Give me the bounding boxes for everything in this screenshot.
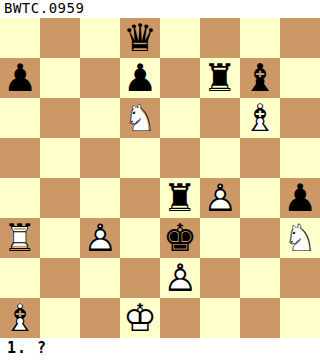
piece-black-rook[interactable]: ♜ xyxy=(163,178,197,218)
square-e1[interactable] xyxy=(160,298,200,338)
square-f7[interactable]: ♜ xyxy=(200,58,240,98)
square-f6[interactable] xyxy=(200,98,240,138)
square-g3[interactable] xyxy=(240,218,280,258)
white-pawn-outline: ♙ xyxy=(163,256,197,300)
square-d4[interactable] xyxy=(120,178,160,218)
white-knight-outline: ♘ xyxy=(123,96,157,140)
piece-black-king[interactable]: ♚ xyxy=(163,218,197,258)
square-a4[interactable] xyxy=(0,178,40,218)
window-title: BWTC.0959 xyxy=(0,0,320,18)
square-h3[interactable]: ♞♘ xyxy=(280,218,320,258)
white-knight-outline: ♘ xyxy=(283,216,317,260)
square-f3[interactable] xyxy=(200,218,240,258)
piece-black-pawn[interactable]: ♟ xyxy=(123,58,157,98)
piece-white-rook[interactable]: ♜♖ xyxy=(3,218,37,258)
piece-black-pawn[interactable]: ♟ xyxy=(3,58,37,98)
chess-board: ♛♟♟♜♝♞♘♝♗♜♟♙♟♜♖♟♙♚♞♘♟♙♝♗♚♔ xyxy=(0,18,320,338)
square-a6[interactable] xyxy=(0,98,40,138)
square-a5[interactable] xyxy=(0,138,40,178)
square-f4[interactable]: ♟♙ xyxy=(200,178,240,218)
square-g7[interactable]: ♝ xyxy=(240,58,280,98)
square-e6[interactable] xyxy=(160,98,200,138)
square-e7[interactable] xyxy=(160,58,200,98)
square-c3[interactable]: ♟♙ xyxy=(80,218,120,258)
square-e3[interactable]: ♚ xyxy=(160,218,200,258)
square-d6[interactable]: ♞♘ xyxy=(120,98,160,138)
square-b5[interactable] xyxy=(40,138,80,178)
square-b6[interactable] xyxy=(40,98,80,138)
white-pawn-outline: ♙ xyxy=(203,176,237,220)
square-b1[interactable] xyxy=(40,298,80,338)
square-b3[interactable] xyxy=(40,218,80,258)
square-f5[interactable] xyxy=(200,138,240,178)
square-c6[interactable] xyxy=(80,98,120,138)
square-d7[interactable]: ♟ xyxy=(120,58,160,98)
piece-black-bishop[interactable]: ♝ xyxy=(243,58,277,98)
piece-white-king[interactable]: ♚♔ xyxy=(123,298,157,338)
square-a8[interactable] xyxy=(0,18,40,58)
square-a7[interactable]: ♟ xyxy=(0,58,40,98)
square-d5[interactable] xyxy=(120,138,160,178)
square-d8[interactable]: ♛ xyxy=(120,18,160,58)
square-a3[interactable]: ♜♖ xyxy=(0,218,40,258)
square-d3[interactable] xyxy=(120,218,160,258)
square-b8[interactable] xyxy=(40,18,80,58)
square-h2[interactable] xyxy=(280,258,320,298)
square-g2[interactable] xyxy=(240,258,280,298)
square-f2[interactable] xyxy=(200,258,240,298)
square-h5[interactable] xyxy=(280,138,320,178)
puzzle-window: BWTC.0959 ♛♟♟♜♝♞♘♝♗♜♟♙♟♜♖♟♙♚♞♘♟♙♝♗♚♔ 1. … xyxy=(0,0,320,360)
square-g5[interactable] xyxy=(240,138,280,178)
square-c8[interactable] xyxy=(80,18,120,58)
piece-white-bishop[interactable]: ♝♗ xyxy=(3,298,37,338)
white-pawn-outline: ♙ xyxy=(83,216,117,260)
square-d2[interactable] xyxy=(120,258,160,298)
square-g8[interactable] xyxy=(240,18,280,58)
piece-black-pawn[interactable]: ♟ xyxy=(283,178,317,218)
square-e5[interactable] xyxy=(160,138,200,178)
square-b4[interactable] xyxy=(40,178,80,218)
square-d1[interactable]: ♚♔ xyxy=(120,298,160,338)
square-c7[interactable] xyxy=(80,58,120,98)
piece-white-bishop[interactable]: ♝♗ xyxy=(243,98,277,138)
piece-white-pawn[interactable]: ♟♙ xyxy=(83,218,117,258)
square-h7[interactable] xyxy=(280,58,320,98)
square-e8[interactable] xyxy=(160,18,200,58)
square-e2[interactable]: ♟♙ xyxy=(160,258,200,298)
square-g4[interactable] xyxy=(240,178,280,218)
square-b7[interactable] xyxy=(40,58,80,98)
square-h4[interactable]: ♟ xyxy=(280,178,320,218)
square-h8[interactable] xyxy=(280,18,320,58)
square-c2[interactable] xyxy=(80,258,120,298)
square-g6[interactable]: ♝♗ xyxy=(240,98,280,138)
square-g1[interactable] xyxy=(240,298,280,338)
white-bishop-outline: ♗ xyxy=(243,96,277,140)
square-f8[interactable] xyxy=(200,18,240,58)
square-a2[interactable] xyxy=(0,258,40,298)
piece-white-knight[interactable]: ♞♘ xyxy=(283,218,317,258)
square-c5[interactable] xyxy=(80,138,120,178)
white-bishop-outline: ♗ xyxy=(3,296,37,340)
piece-black-rook[interactable]: ♜ xyxy=(203,58,237,98)
piece-black-queen[interactable]: ♛ xyxy=(123,18,157,58)
piece-white-knight[interactable]: ♞♘ xyxy=(123,98,157,138)
square-c4[interactable] xyxy=(80,178,120,218)
square-e4[interactable]: ♜ xyxy=(160,178,200,218)
square-f1[interactable] xyxy=(200,298,240,338)
square-b2[interactable] xyxy=(40,258,80,298)
move-prompt: 1. ? xyxy=(0,338,320,360)
piece-white-pawn[interactable]: ♟♙ xyxy=(203,178,237,218)
square-h6[interactable] xyxy=(280,98,320,138)
white-rook-outline: ♖ xyxy=(3,216,37,260)
piece-white-pawn[interactable]: ♟♙ xyxy=(163,258,197,298)
square-h1[interactable] xyxy=(280,298,320,338)
square-a1[interactable]: ♝♗ xyxy=(0,298,40,338)
white-king-outline: ♔ xyxy=(123,296,157,340)
square-c1[interactable] xyxy=(80,298,120,338)
